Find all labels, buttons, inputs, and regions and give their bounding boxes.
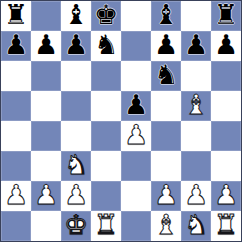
square-e3[interactable] xyxy=(121,151,151,181)
white-king[interactable]: ♚ xyxy=(64,210,88,240)
square-b3[interactable] xyxy=(31,151,61,181)
square-c6[interactable] xyxy=(61,61,91,91)
square-b2[interactable]: ♟ xyxy=(31,181,61,211)
square-b1[interactable] xyxy=(31,211,61,241)
square-c1[interactable]: ♚ xyxy=(61,211,91,241)
square-d4[interactable] xyxy=(91,121,121,151)
black-king[interactable]: ♚ xyxy=(94,0,118,30)
square-h8[interactable]: ♜ xyxy=(211,1,241,31)
square-e1[interactable] xyxy=(121,211,151,241)
square-f4[interactable] xyxy=(151,121,181,151)
white-bishop[interactable]: ♝ xyxy=(154,210,178,240)
square-e8[interactable] xyxy=(121,1,151,31)
black-pawn[interactable]: ♟ xyxy=(184,30,208,60)
square-g3[interactable] xyxy=(181,151,211,181)
square-g8[interactable] xyxy=(181,1,211,31)
square-c7[interactable]: ♟ xyxy=(61,31,91,61)
square-e6[interactable] xyxy=(121,61,151,91)
square-d7[interactable]: ♞ xyxy=(91,31,121,61)
black-knight[interactable]: ♞ xyxy=(94,30,118,60)
black-rook[interactable]: ♜ xyxy=(214,0,238,30)
square-d8[interactable]: ♚ xyxy=(91,1,121,31)
square-f8[interactable]: ♝ xyxy=(151,1,181,31)
square-a3[interactable] xyxy=(1,151,31,181)
square-g7[interactable]: ♟ xyxy=(181,31,211,61)
square-b6[interactable] xyxy=(31,61,61,91)
square-f6[interactable]: ♞ xyxy=(151,61,181,91)
black-pawn[interactable]: ♟ xyxy=(4,30,28,60)
square-a2[interactable]: ♟ xyxy=(1,181,31,211)
square-h2[interactable]: ♟ xyxy=(211,181,241,211)
white-knight[interactable]: ♞ xyxy=(184,210,208,240)
white-pawn[interactable]: ♟ xyxy=(34,180,58,210)
white-pawn[interactable]: ♟ xyxy=(184,180,208,210)
square-a1[interactable] xyxy=(1,211,31,241)
square-e7[interactable] xyxy=(121,31,151,61)
square-d1[interactable]: ♜ xyxy=(91,211,121,241)
square-f2[interactable]: ♟ xyxy=(151,181,181,211)
chess-board: ♜♝♚♝♜♟♟♟♞♟♟♟♞♟♝♟♞♟♟♟♟♟♟♚♜♝♞♜ xyxy=(0,0,242,242)
square-h6[interactable] xyxy=(211,61,241,91)
square-d3[interactable] xyxy=(91,151,121,181)
black-pawn[interactable]: ♟ xyxy=(124,90,148,120)
black-bishop[interactable]: ♝ xyxy=(64,0,88,30)
white-pawn[interactable]: ♟ xyxy=(124,120,148,150)
square-g2[interactable]: ♟ xyxy=(181,181,211,211)
square-e2[interactable] xyxy=(121,181,151,211)
white-knight[interactable]: ♞ xyxy=(64,150,88,180)
square-d2[interactable] xyxy=(91,181,121,211)
square-a8[interactable]: ♜ xyxy=(1,1,31,31)
square-c5[interactable] xyxy=(61,91,91,121)
square-c3[interactable]: ♞ xyxy=(61,151,91,181)
white-rook[interactable]: ♜ xyxy=(214,210,238,240)
square-a7[interactable]: ♟ xyxy=(1,31,31,61)
black-pawn[interactable]: ♟ xyxy=(64,30,88,60)
square-f7[interactable]: ♟ xyxy=(151,31,181,61)
square-f3[interactable] xyxy=(151,151,181,181)
white-pawn[interactable]: ♟ xyxy=(64,180,88,210)
square-b7[interactable]: ♟ xyxy=(31,31,61,61)
square-b5[interactable] xyxy=(31,91,61,121)
black-pawn[interactable]: ♟ xyxy=(154,30,178,60)
white-pawn[interactable]: ♟ xyxy=(214,180,238,210)
square-a4[interactable] xyxy=(1,121,31,151)
white-bishop[interactable]: ♝ xyxy=(184,90,208,120)
black-bishop[interactable]: ♝ xyxy=(154,0,178,30)
square-c4[interactable] xyxy=(61,121,91,151)
square-g1[interactable]: ♞ xyxy=(181,211,211,241)
white-rook[interactable]: ♜ xyxy=(94,210,118,240)
square-a6[interactable] xyxy=(1,61,31,91)
square-e4[interactable]: ♟ xyxy=(121,121,151,151)
square-g4[interactable] xyxy=(181,121,211,151)
square-b8[interactable] xyxy=(31,1,61,31)
square-g6[interactable] xyxy=(181,61,211,91)
square-h3[interactable] xyxy=(211,151,241,181)
white-pawn[interactable]: ♟ xyxy=(4,180,28,210)
square-a5[interactable] xyxy=(1,91,31,121)
white-pawn[interactable]: ♟ xyxy=(154,180,178,210)
black-pawn[interactable]: ♟ xyxy=(214,30,238,60)
square-e5[interactable]: ♟ xyxy=(121,91,151,121)
square-h1[interactable]: ♜ xyxy=(211,211,241,241)
square-f5[interactable] xyxy=(151,91,181,121)
square-g5[interactable]: ♝ xyxy=(181,91,211,121)
square-h7[interactable]: ♟ xyxy=(211,31,241,61)
black-pawn[interactable]: ♟ xyxy=(34,30,58,60)
square-c2[interactable]: ♟ xyxy=(61,181,91,211)
square-c8[interactable]: ♝ xyxy=(61,1,91,31)
square-d5[interactable] xyxy=(91,91,121,121)
square-b4[interactable] xyxy=(31,121,61,151)
black-rook[interactable]: ♜ xyxy=(4,0,28,30)
black-knight[interactable]: ♞ xyxy=(154,60,178,90)
square-d6[interactable] xyxy=(91,61,121,91)
square-h5[interactable] xyxy=(211,91,241,121)
square-h4[interactable] xyxy=(211,121,241,151)
square-f1[interactable]: ♝ xyxy=(151,211,181,241)
